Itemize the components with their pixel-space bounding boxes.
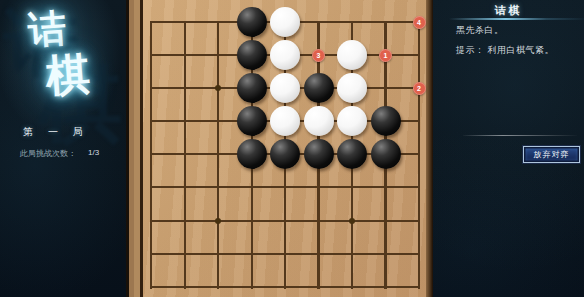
- move-marker-3: 3: [312, 49, 325, 62]
- board-cell-8-7[interactable]: [402, 237, 436, 270]
- title-divider: [449, 18, 584, 20]
- board-cell-4-0[interactable]: [268, 5, 302, 38]
- board-cell-6-1[interactable]: [335, 39, 369, 72]
- black-stone: [304, 139, 334, 169]
- board-cell-8-8[interactable]: [402, 270, 436, 297]
- white-stone: [270, 40, 300, 70]
- board-cell-2-6[interactable]: [201, 204, 235, 237]
- hint-text: 提示： 利用白棋气紧。: [456, 44, 554, 57]
- black-stone: [371, 139, 401, 169]
- board-cell-2-0[interactable]: [201, 5, 235, 38]
- move-marker-4: 4: [413, 16, 426, 29]
- board-cell-7-5[interactable]: [369, 171, 403, 204]
- board-cell-2-8[interactable]: [201, 270, 235, 297]
- attempts-value: 1/3: [88, 148, 99, 159]
- info-panel: 诘棋 黑先杀白。 提示： 利用白棋气紧。 放弃对弈: [433, 0, 584, 297]
- black-stone: [337, 139, 367, 169]
- black-stone: [237, 139, 267, 169]
- board-cell-5-8[interactable]: [302, 270, 336, 297]
- board-cell-7-6[interactable]: [369, 204, 403, 237]
- board-cell-0-4[interactable]: [134, 138, 168, 171]
- black-stone: [371, 106, 401, 136]
- board-cell-5-0[interactable]: [302, 5, 336, 38]
- black-stone: [237, 106, 267, 136]
- black-stone: [270, 139, 300, 169]
- board-cell-6-3[interactable]: [335, 105, 369, 138]
- white-stone: [304, 106, 334, 136]
- board-cell-7-0[interactable]: [369, 5, 403, 38]
- board-cell-1-4[interactable]: [168, 138, 202, 171]
- round-label: 第 一 局: [8, 125, 104, 139]
- board-cell-8-4[interactable]: [402, 138, 436, 171]
- board-cell-6-5[interactable]: [335, 171, 369, 204]
- board-cell-4-3[interactable]: [268, 105, 302, 138]
- board-cell-1-0[interactable]: [168, 5, 202, 38]
- move-marker-1: 1: [379, 49, 392, 62]
- board-cell-2-5[interactable]: [201, 171, 235, 204]
- board-cell-6-7[interactable]: [335, 237, 369, 270]
- board-cell-0-0[interactable]: [134, 5, 168, 38]
- board-cell-5-2[interactable]: [302, 72, 336, 105]
- board-cell-1-5[interactable]: [168, 171, 202, 204]
- board-cell-4-1[interactable]: [268, 39, 302, 72]
- board-cell-7-8[interactable]: [369, 270, 403, 297]
- attempts-counter: 此局挑战次数： 1/3: [20, 148, 99, 159]
- board-cell-7-7[interactable]: [369, 237, 403, 270]
- puzzle-calligraphy-title: 诘 棋: [16, 2, 116, 122]
- board-cell-6-8[interactable]: [335, 270, 369, 297]
- board-cell-4-7[interactable]: [268, 237, 302, 270]
- board-cell-0-3[interactable]: [134, 105, 168, 138]
- board-cell-7-4[interactable]: [369, 138, 403, 171]
- board-cell-6-6[interactable]: [335, 204, 369, 237]
- board-cell-0-1[interactable]: [134, 39, 168, 72]
- white-stone: [270, 106, 300, 136]
- board-cell-5-3[interactable]: [302, 105, 336, 138]
- panel-title: 诘棋: [433, 3, 584, 18]
- board-cell-3-2[interactable]: [235, 72, 269, 105]
- board-cell-1-1[interactable]: [168, 39, 202, 72]
- move-marker-2: 2: [413, 82, 426, 95]
- board-cell-8-6[interactable]: [402, 204, 436, 237]
- board-cell-5-5[interactable]: [302, 171, 336, 204]
- board-cell-6-2[interactable]: [335, 72, 369, 105]
- board-cell-7-2[interactable]: [369, 72, 403, 105]
- board-cell-6-4[interactable]: [335, 138, 369, 171]
- objective-text: 黑先杀白。: [456, 24, 504, 37]
- board-cell-0-2[interactable]: [134, 72, 168, 105]
- board-cell-2-2[interactable]: [201, 72, 235, 105]
- black-stone: [237, 7, 267, 37]
- board-cell-2-1[interactable]: [201, 39, 235, 72]
- board-cell-6-0[interactable]: [335, 5, 369, 38]
- board-cell-4-5[interactable]: [268, 171, 302, 204]
- board-cell-0-6[interactable]: [134, 204, 168, 237]
- board-cell-4-2[interactable]: [268, 72, 302, 105]
- go-board: 1234: [126, 0, 433, 297]
- attempts-label: 此局挑战次数：: [20, 148, 76, 159]
- board-cell-2-3[interactable]: [201, 105, 235, 138]
- board-cell-1-6[interactable]: [168, 204, 202, 237]
- board-cell-3-1[interactable]: [235, 39, 269, 72]
- board-cell-1-3[interactable]: [168, 105, 202, 138]
- game-screen: 诘 棋 诘 棋 第 一 局 此局挑战次数： 1/3 1234 诘棋 黑先杀白。 …: [0, 0, 584, 297]
- black-stone: [237, 73, 267, 103]
- black-stone: [237, 40, 267, 70]
- white-stone: [270, 73, 300, 103]
- resign-button[interactable]: 放弃对弈: [523, 146, 580, 163]
- board-cell-3-7[interactable]: [235, 237, 269, 270]
- white-stone: [337, 73, 367, 103]
- board-cell-0-7[interactable]: [134, 237, 168, 270]
- board-cell-3-0[interactable]: [235, 5, 269, 38]
- board-cell-4-8[interactable]: [268, 270, 302, 297]
- board-cell-2-4[interactable]: [201, 138, 235, 171]
- board-cell-3-3[interactable]: [235, 105, 269, 138]
- white-stone: [270, 7, 300, 37]
- board-cell-7-3[interactable]: [369, 105, 403, 138]
- board-cell-1-2[interactable]: [168, 72, 202, 105]
- board-cell-2-7[interactable]: [201, 237, 235, 270]
- section-divider: [463, 135, 577, 136]
- board-cell-0-8[interactable]: [134, 270, 168, 297]
- board-cell-3-4[interactable]: [235, 138, 269, 171]
- stones-layer: [134, 5, 436, 297]
- board-cell-5-6[interactable]: [302, 204, 336, 237]
- board-cell-1-7[interactable]: [168, 237, 202, 270]
- board-cell-3-5[interactable]: [235, 171, 269, 204]
- board-cell-5-4[interactable]: [302, 138, 336, 171]
- board-cell-1-8[interactable]: [168, 270, 202, 297]
- board-cell-5-7[interactable]: [302, 237, 336, 270]
- board-cell-0-5[interactable]: [134, 171, 168, 204]
- board-cell-3-6[interactable]: [235, 204, 269, 237]
- black-stone: [304, 73, 334, 103]
- board-cell-4-6[interactable]: [268, 204, 302, 237]
- calligraphy-char: 棋: [44, 45, 92, 107]
- board-cell-8-3[interactable]: [402, 105, 436, 138]
- board-cell-8-1[interactable]: [402, 39, 436, 72]
- white-stone: [337, 40, 367, 70]
- board-cell-3-8[interactable]: [235, 270, 269, 297]
- white-stone: [337, 106, 367, 136]
- board-cell-4-4[interactable]: [268, 138, 302, 171]
- board-cell-8-5[interactable]: [402, 171, 436, 204]
